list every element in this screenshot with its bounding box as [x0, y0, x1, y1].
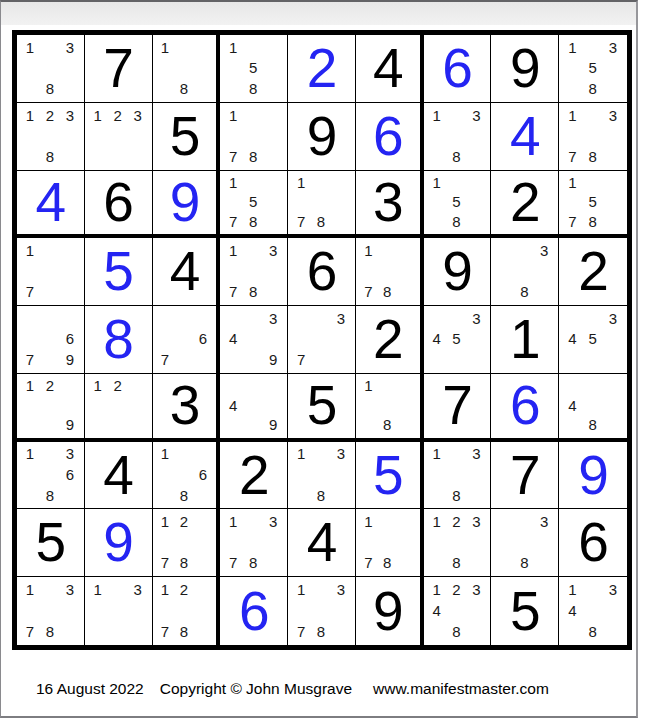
solved-digit: 8 [103, 312, 133, 367]
cell-r7c1[interactable]: 1368 [17, 442, 85, 510]
pencil-mark-8: 8 [378, 553, 397, 574]
cell-r3c9[interactable]: 1578 [559, 171, 627, 239]
pencil-marks: 48 [562, 376, 623, 435]
pencil-mark-7: 7 [359, 282, 378, 303]
pencil-mark-1: 1 [156, 444, 175, 465]
pencil-mark-8: 8 [243, 553, 263, 574]
pencil-marks: 178 [223, 105, 283, 167]
pencil-mark-1: 1 [20, 105, 40, 126]
pencil-mark-4: 4 [562, 395, 582, 415]
pencil-mark-4: 4 [562, 600, 582, 621]
solved-digit: 9 [170, 175, 200, 230]
pencil-mark-3: 3 [331, 444, 351, 465]
pencil-mark-1: 1 [427, 173, 447, 193]
pencil-mark-1: 1 [88, 105, 108, 126]
pencil-mark-9: 9 [60, 349, 80, 370]
pencil-mark-3: 3 [603, 105, 623, 126]
pencil-mark-8: 8 [447, 146, 467, 167]
pencil-mark-8: 8 [447, 212, 467, 232]
pencil-marks: 38 [494, 240, 554, 302]
pencil-mark-8: 8 [174, 485, 193, 506]
cell-r3c5[interactable]: 178 [288, 171, 356, 239]
cell-r4c8[interactable]: 38 [491, 238, 559, 306]
cell-r1c6[interactable]: 4 [356, 35, 424, 103]
pencil-mark-8: 8 [311, 212, 331, 232]
pencil-marks: 1358 [562, 37, 623, 99]
cell-r6c3[interactable]: 3 [153, 374, 221, 442]
cell-r1c4[interactable]: 158 [220, 35, 288, 103]
given-digit: 2 [578, 244, 608, 299]
pencil-mark-5: 5 [582, 192, 602, 212]
footer-date: 16 August 2022 [36, 680, 144, 697]
solved-digit: 6 [373, 109, 403, 164]
sudoku-board: 1387181582469135812381235178961384137846… [12, 30, 632, 650]
pencil-mark-2: 2 [174, 511, 193, 532]
pencil-mark-8: 8 [40, 146, 60, 167]
pencil-mark-7: 7 [291, 621, 311, 642]
cell-r9c4[interactable]: 6 [220, 577, 288, 645]
cell-r8c4[interactable]: 1378 [220, 509, 288, 577]
pencil-mark-6: 6 [60, 464, 80, 485]
pencil-mark-7: 7 [223, 212, 243, 232]
pencil-marks: 138 [427, 444, 487, 506]
solved-digit: 6 [510, 378, 540, 433]
pencil-mark-1: 1 [291, 579, 311, 600]
pencil-mark-1: 1 [562, 37, 582, 58]
pencil-mark-1: 1 [562, 173, 582, 193]
pencil-marks: 49 [223, 376, 283, 435]
pencil-mark-8: 8 [582, 212, 602, 232]
pencil-mark-9: 9 [263, 349, 283, 370]
pencil-mark-1: 1 [156, 37, 175, 58]
pencil-mark-2: 2 [174, 579, 193, 600]
cell-r9c8[interactable]: 5 [491, 577, 559, 645]
pencil-marks: 12 [88, 376, 148, 435]
pencil-mark-8: 8 [174, 553, 193, 574]
cell-r4c3[interactable]: 4 [153, 238, 221, 306]
pencil-mark-8: 8 [311, 485, 331, 506]
pencil-marks: 138 [20, 37, 80, 99]
pencil-mark-8: 8 [582, 415, 602, 435]
pencil-mark-4: 4 [427, 329, 447, 350]
given-digit: 9 [373, 584, 403, 639]
pencil-mark-3: 3 [331, 308, 351, 329]
cell-r8c5[interactable]: 4 [288, 509, 356, 577]
pencil-mark-7: 7 [156, 349, 175, 370]
cell-r3c3[interactable]: 9 [153, 171, 221, 239]
given-digit: 4 [373, 41, 403, 96]
pencil-mark-7: 7 [223, 282, 243, 303]
cell-r4c4[interactable]: 1378 [220, 238, 288, 306]
cell-r1c7[interactable]: 6 [424, 35, 492, 103]
solved-digit: 6 [442, 41, 472, 96]
pencil-mark-7: 7 [223, 553, 243, 574]
pencil-mark-7: 7 [20, 282, 40, 303]
pencil-mark-1: 1 [88, 376, 108, 396]
pencil-marks: 1378 [223, 240, 283, 302]
pencil-mark-3: 3 [603, 37, 623, 58]
footer-website: www.manifestmaster.com [373, 680, 549, 697]
cell-r5c7[interactable]: 345 [424, 306, 492, 374]
given-digit: 5 [36, 515, 66, 570]
cell-r7c2[interactable]: 4 [85, 442, 153, 510]
given-digit: 1 [510, 312, 540, 367]
given-digit: 2 [510, 175, 540, 230]
pencil-mark-2: 2 [447, 511, 467, 532]
cell-r9c1[interactable]: 1378 [17, 577, 85, 645]
given-digit: 5 [307, 378, 337, 433]
pencil-mark-8: 8 [40, 621, 60, 642]
pencil-mark-1: 1 [427, 444, 447, 465]
pencil-mark-1: 1 [20, 240, 40, 261]
pencil-mark-2: 2 [40, 376, 60, 396]
cell-r2c8[interactable]: 4 [491, 103, 559, 171]
pencil-mark-1: 1 [223, 105, 243, 126]
pencil-mark-1: 1 [20, 37, 40, 58]
cell-r1c2[interactable]: 7 [85, 35, 153, 103]
cell-r2c5[interactable]: 9 [288, 103, 356, 171]
pencil-mark-7: 7 [20, 349, 40, 370]
pencil-mark-5: 5 [447, 192, 467, 212]
pencil-mark-3: 3 [603, 579, 623, 600]
pencil-mark-8: 8 [514, 282, 534, 303]
pencil-marks: 17 [20, 240, 80, 302]
solved-digit: 5 [373, 448, 403, 503]
pencil-mark-3: 3 [60, 37, 80, 58]
cell-r3c1[interactable]: 4 [17, 171, 85, 239]
footer: 16 August 2022Copyright © John Musgravew… [36, 680, 549, 698]
pencil-mark-8: 8 [447, 485, 467, 506]
pencil-marks: 1378 [291, 579, 351, 642]
cell-r6c4[interactable]: 49 [220, 374, 288, 442]
cell-r2c3[interactable]: 5 [153, 103, 221, 171]
pencil-mark-7: 7 [291, 212, 311, 232]
given-digit: 9 [510, 41, 540, 96]
cell-r5c3[interactable]: 67 [153, 306, 221, 374]
pencil-mark-8: 8 [174, 78, 193, 99]
footer-copyright: Copyright © John Musgrave [160, 680, 352, 697]
pencil-mark-1: 1 [562, 105, 582, 126]
cell-r7c7[interactable]: 138 [424, 442, 492, 510]
pencil-mark-8: 8 [40, 78, 60, 99]
pencil-marks: 178 [359, 511, 416, 573]
given-digit: 4 [307, 515, 337, 570]
pencil-mark-8: 8 [378, 282, 397, 303]
cell-r4c9[interactable]: 2 [559, 238, 627, 306]
cell-r4c2[interactable]: 5 [85, 238, 153, 306]
cell-r5c2[interactable]: 8 [85, 306, 153, 374]
cell-r4c7[interactable]: 9 [424, 238, 492, 306]
given-digit: 3 [373, 175, 403, 230]
given-digit: 6 [103, 175, 133, 230]
cell-r2c1[interactable]: 1238 [17, 103, 85, 171]
given-digit: 3 [170, 378, 200, 433]
given-digit: 6 [578, 515, 608, 570]
cell-r2c4[interactable]: 178 [220, 103, 288, 171]
pencil-mark-5: 5 [447, 329, 467, 350]
given-digit: 7 [103, 41, 133, 96]
cell-r1c3[interactable]: 18 [153, 35, 221, 103]
cell-r7c8[interactable]: 7 [491, 442, 559, 510]
cell-r3c6[interactable]: 3 [356, 171, 424, 239]
given-digit: 4 [170, 244, 200, 299]
pencil-mark-2: 2 [40, 105, 60, 126]
pencil-marks: 12348 [427, 579, 487, 642]
pencil-mark-3: 3 [128, 579, 148, 600]
given-digit: 7 [442, 378, 472, 433]
pencil-marks: 129 [20, 376, 80, 435]
pencil-marks: 349 [223, 308, 283, 370]
pencil-mark-6: 6 [60, 329, 80, 350]
pencil-mark-4: 4 [223, 329, 243, 350]
pencil-marks: 37 [291, 308, 351, 370]
solved-digit: 2 [307, 41, 337, 96]
cell-r8c7[interactable]: 1238 [424, 509, 492, 577]
pencil-marks: 158 [223, 37, 283, 99]
pencil-marks: 168 [156, 444, 213, 506]
cell-r8c9[interactable]: 6 [559, 509, 627, 577]
pencil-mark-1: 1 [20, 444, 40, 465]
pencil-mark-7: 7 [223, 146, 243, 167]
pencil-marks: 1278 [156, 511, 213, 573]
pencil-marks: 1378 [562, 105, 623, 167]
given-digit: 9 [442, 244, 472, 299]
pencil-marks: 345 [562, 308, 623, 370]
pencil-mark-3: 3 [467, 308, 487, 329]
pencil-mark-8: 8 [447, 553, 467, 574]
given-digit: 2 [239, 448, 269, 503]
cell-r7c9[interactable]: 9 [559, 442, 627, 510]
pencil-marks: 138 [291, 444, 351, 506]
cell-r2c2[interactable]: 123 [85, 103, 153, 171]
pencil-mark-3: 3 [128, 105, 148, 126]
puzzle-window: 1387181582469135812381235178961384137846… [0, 0, 638, 718]
pencil-mark-8: 8 [40, 485, 60, 506]
pencil-mark-8: 8 [243, 146, 263, 167]
pencil-mark-7: 7 [156, 553, 175, 574]
cell-r3c7[interactable]: 158 [424, 171, 492, 239]
pencil-mark-1: 1 [291, 444, 311, 465]
cell-r5c5[interactable]: 37 [288, 306, 356, 374]
solved-digit: 9 [578, 448, 608, 503]
cell-r6c2[interactable]: 12 [85, 374, 153, 442]
pencil-mark-3: 3 [263, 511, 283, 532]
cell-r8c2[interactable]: 9 [85, 509, 153, 577]
pencil-mark-1: 1 [223, 173, 243, 193]
cell-r1c1[interactable]: 138 [17, 35, 85, 103]
pencil-mark-3: 3 [467, 444, 487, 465]
pencil-mark-3: 3 [263, 240, 283, 261]
pencil-mark-1: 1 [156, 511, 175, 532]
pencil-marks: 178 [291, 173, 351, 232]
pencil-mark-8: 8 [582, 78, 602, 99]
pencil-marks: 38 [494, 511, 554, 573]
pencil-mark-2: 2 [447, 579, 467, 600]
pencil-mark-7: 7 [156, 621, 175, 642]
pencil-mark-1: 1 [223, 240, 243, 261]
pencil-mark-8: 8 [582, 146, 602, 167]
cell-r6c8[interactable]: 6 [491, 374, 559, 442]
pencil-marks: 1578 [562, 173, 623, 232]
given-digit: 9 [307, 109, 337, 164]
pencil-mark-4: 4 [427, 600, 447, 621]
cell-r4c1[interactable]: 17 [17, 238, 85, 306]
cell-r8c1[interactable]: 5 [17, 509, 85, 577]
pencil-mark-3: 3 [263, 308, 283, 329]
pencil-mark-5: 5 [243, 192, 263, 212]
pencil-mark-7: 7 [20, 621, 40, 642]
pencil-marks: 679 [20, 308, 80, 370]
solved-digit: 4 [510, 109, 540, 164]
cell-r5c1[interactable]: 679 [17, 306, 85, 374]
pencil-marks: 1238 [427, 511, 487, 573]
pencil-mark-9: 9 [263, 415, 283, 435]
given-digit: 7 [510, 448, 540, 503]
pencil-mark-3: 3 [331, 579, 351, 600]
given-digit: 5 [510, 584, 540, 639]
cell-r2c6[interactable]: 6 [356, 103, 424, 171]
pencil-mark-6: 6 [193, 464, 212, 485]
cell-r5c8[interactable]: 1 [491, 306, 559, 374]
cell-r9c6[interactable]: 9 [356, 577, 424, 645]
pencil-marks: 1278 [156, 579, 213, 642]
pencil-mark-5: 5 [582, 58, 602, 79]
cell-r4c6[interactable]: 178 [356, 238, 424, 306]
cell-r1c5[interactable]: 2 [288, 35, 356, 103]
cell-r1c9[interactable]: 1358 [559, 35, 627, 103]
pencil-marks: 1578 [223, 173, 283, 232]
cell-r7c5[interactable]: 138 [288, 442, 356, 510]
cell-r6c6[interactable]: 18 [356, 374, 424, 442]
pencil-marks: 13 [88, 579, 148, 642]
pencil-mark-5: 5 [243, 58, 263, 79]
cell-r3c8[interactable]: 2 [491, 171, 559, 239]
pencil-mark-1: 1 [359, 511, 378, 532]
pencil-marks: 18 [156, 37, 213, 99]
pencil-mark-7: 7 [562, 146, 582, 167]
pencil-marks: 1238 [20, 105, 80, 167]
cell-r9c3[interactable]: 1278 [153, 577, 221, 645]
cell-r2c9[interactable]: 1378 [559, 103, 627, 171]
cell-r8c8[interactable]: 38 [491, 509, 559, 577]
cell-r8c6[interactable]: 178 [356, 509, 424, 577]
cell-r7c6[interactable]: 5 [356, 442, 424, 510]
cell-r4c5[interactable]: 6 [288, 238, 356, 306]
pencil-mark-3: 3 [534, 240, 554, 261]
cell-r3c4[interactable]: 1578 [220, 171, 288, 239]
cell-r1c8[interactable]: 9 [491, 35, 559, 103]
pencil-mark-3: 3 [603, 308, 623, 329]
pencil-marks: 345 [427, 308, 487, 370]
pencil-mark-3: 3 [467, 511, 487, 532]
pencil-mark-1: 1 [427, 511, 447, 532]
pencil-mark-3: 3 [467, 105, 487, 126]
cell-r5c9[interactable]: 345 [559, 306, 627, 374]
pencil-mark-3: 3 [60, 105, 80, 126]
pencil-marks: 1378 [20, 579, 80, 642]
pencil-marks: 18 [359, 376, 416, 435]
pencil-mark-2: 2 [108, 105, 128, 126]
pencil-mark-3: 3 [534, 511, 554, 532]
pencil-mark-1: 1 [427, 105, 447, 126]
cell-r7c4[interactable]: 2 [220, 442, 288, 510]
cell-r5c6[interactable]: 2 [356, 306, 424, 374]
pencil-mark-8: 8 [174, 621, 193, 642]
pencil-marks: 123 [88, 105, 148, 167]
pencil-mark-4: 4 [223, 395, 243, 415]
cell-r6c7[interactable]: 7 [424, 374, 492, 442]
cell-r9c2[interactable]: 13 [85, 577, 153, 645]
pencil-mark-7: 7 [562, 212, 582, 232]
pencil-marks: 138 [427, 105, 487, 167]
pencil-mark-3: 3 [60, 579, 80, 600]
cell-r3c2[interactable]: 6 [85, 171, 153, 239]
pencil-marks: 1368 [20, 444, 80, 506]
window-titlebar [1, 2, 636, 25]
pencil-mark-1: 1 [291, 173, 311, 193]
pencil-mark-6: 6 [193, 329, 212, 350]
pencil-mark-1: 1 [562, 579, 582, 600]
cell-r8c3[interactable]: 1278 [153, 509, 221, 577]
pencil-marks: 158 [427, 173, 487, 232]
pencil-mark-1: 1 [156, 579, 175, 600]
pencil-mark-5: 5 [582, 329, 602, 350]
cell-r6c1[interactable]: 129 [17, 374, 85, 442]
cell-r5c4[interactable]: 349 [220, 306, 288, 374]
solved-digit: 4 [36, 175, 66, 230]
pencil-mark-7: 7 [291, 349, 311, 370]
pencil-mark-3: 3 [467, 579, 487, 600]
pencil-marks: 178 [359, 240, 416, 302]
cell-r9c9[interactable]: 1348 [559, 577, 627, 645]
pencil-mark-8: 8 [582, 621, 602, 642]
solved-digit: 6 [239, 584, 269, 639]
pencil-mark-3: 3 [60, 444, 80, 465]
pencil-mark-7: 7 [359, 553, 378, 574]
pencil-mark-1: 1 [20, 579, 40, 600]
pencil-mark-2: 2 [108, 376, 128, 396]
pencil-mark-8: 8 [378, 415, 397, 435]
pencil-marks: 1378 [223, 511, 283, 573]
pencil-mark-1: 1 [359, 376, 378, 396]
pencil-mark-1: 1 [427, 579, 447, 600]
cell-r6c9[interactable]: 48 [559, 374, 627, 442]
pencil-mark-9: 9 [60, 415, 80, 435]
cell-r9c5[interactable]: 1378 [288, 577, 356, 645]
pencil-marks: 1348 [562, 579, 623, 642]
pencil-marks: 67 [156, 308, 213, 370]
pencil-mark-1: 1 [88, 579, 108, 600]
given-digit: 6 [307, 244, 337, 299]
solved-digit: 5 [103, 244, 133, 299]
cell-r7c3[interactable]: 168 [153, 442, 221, 510]
pencil-mark-1: 1 [359, 240, 378, 261]
cell-r2c7[interactable]: 138 [424, 103, 492, 171]
pencil-mark-8: 8 [311, 621, 331, 642]
pencil-mark-8: 8 [243, 78, 263, 99]
pencil-mark-8: 8 [514, 553, 534, 574]
pencil-mark-8: 8 [243, 212, 263, 232]
pencil-mark-8: 8 [447, 621, 467, 642]
solved-digit: 9 [103, 515, 133, 570]
pencil-mark-1: 1 [20, 376, 40, 396]
pencil-mark-8: 8 [243, 282, 263, 303]
given-digit: 4 [103, 448, 133, 503]
cell-r6c5[interactable]: 5 [288, 374, 356, 442]
cell-r9c7[interactable]: 12348 [424, 577, 492, 645]
given-digit: 5 [170, 109, 200, 164]
pencil-mark-4: 4 [562, 329, 582, 350]
